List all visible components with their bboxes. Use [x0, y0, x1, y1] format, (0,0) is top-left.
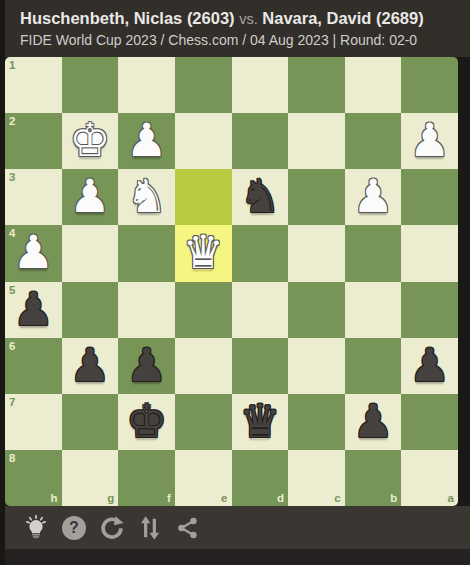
- square-d3: ♞: [232, 169, 289, 225]
- square-e1: [175, 57, 232, 113]
- square-g6: ♟: [62, 338, 119, 394]
- black-pawn: ♟: [409, 342, 450, 388]
- reload-icon[interactable]: [99, 515, 125, 541]
- square-a3: [401, 169, 458, 225]
- square-a8: a: [401, 450, 458, 506]
- square-h1: 1: [5, 57, 62, 113]
- square-h7: 7: [5, 394, 62, 450]
- square-e6: [175, 338, 232, 394]
- square-b5: [345, 282, 402, 338]
- square-b2: [345, 113, 402, 169]
- game-header: Huschenbeth, Niclas (2603) vs. Navara, D…: [5, 0, 470, 57]
- square-c1: [288, 57, 345, 113]
- square-d6: [232, 338, 289, 394]
- chess-board: 12♚♟♟3♟♞♞♟4♟♛5♟6♟♟♟7♚♛♟8hgfedcba: [5, 57, 458, 506]
- hint-lightbulb-icon[interactable]: [23, 515, 49, 541]
- square-d2: [232, 113, 289, 169]
- square-g5: [62, 282, 119, 338]
- white-pawn: ♟: [409, 117, 450, 163]
- square-f6: ♟: [118, 338, 175, 394]
- white-queen: ♛: [183, 229, 224, 275]
- file-label-h: h: [51, 493, 58, 505]
- white-king: ♚: [69, 117, 110, 163]
- black-queen: ♛: [239, 398, 280, 444]
- square-d4: [232, 225, 289, 281]
- square-e2: [175, 113, 232, 169]
- viewer-toolbar: ?: [5, 506, 470, 549]
- flip-board-icon[interactable]: [137, 515, 163, 541]
- black-player-name: Navara, David (2689): [262, 9, 423, 27]
- black-pawn: ♟: [13, 286, 54, 332]
- square-c6: [288, 338, 345, 394]
- rank-label-7: 7: [9, 397, 15, 409]
- help-icon[interactable]: ?: [61, 515, 87, 541]
- square-d7: ♛: [232, 394, 289, 450]
- square-a7: [401, 394, 458, 450]
- square-b7: ♟: [345, 394, 402, 450]
- file-label-g: g: [107, 493, 114, 505]
- square-e8: e: [175, 450, 232, 506]
- square-f8: f: [118, 450, 175, 506]
- square-d1: [232, 57, 289, 113]
- file-label-b: b: [390, 493, 397, 505]
- square-b4: [345, 225, 402, 281]
- square-f2: ♟: [118, 113, 175, 169]
- square-h2: 2: [5, 113, 62, 169]
- file-label-e: e: [221, 493, 227, 505]
- rank-label-2: 2: [9, 116, 15, 128]
- square-g8: g: [62, 450, 119, 506]
- board-area: 12♚♟♟3♟♞♞♟4♟♛5♟6♟♟♟7♚♛♟8hgfedcba: [5, 57, 470, 506]
- white-pawn: ♟: [13, 229, 54, 275]
- square-d5: [232, 282, 289, 338]
- square-d8: d: [232, 450, 289, 506]
- file-label-c: c: [334, 493, 340, 505]
- square-f7: ♚: [118, 394, 175, 450]
- square-a6: ♟: [401, 338, 458, 394]
- square-b6: [345, 338, 402, 394]
- square-a2: ♟: [401, 113, 458, 169]
- square-c7: [288, 394, 345, 450]
- players-title: Huschenbeth, Niclas (2603) vs. Navara, D…: [20, 7, 470, 30]
- square-e5: [175, 282, 232, 338]
- black-king: ♚: [126, 398, 167, 444]
- white-pawn: ♟: [352, 173, 393, 219]
- square-f5: [118, 282, 175, 338]
- square-c5: [288, 282, 345, 338]
- rank-label-1: 1: [9, 60, 15, 72]
- square-e7: [175, 394, 232, 450]
- square-a5: [401, 282, 458, 338]
- white-pawn: ♟: [69, 173, 110, 219]
- rank-label-8: 8: [9, 453, 15, 465]
- pgn-viewer: Huschenbeth, Niclas (2603) vs. Navara, D…: [5, 0, 470, 565]
- share-icon[interactable]: [175, 515, 201, 541]
- rank-label-5: 5: [9, 285, 15, 297]
- square-g4: [62, 225, 119, 281]
- square-c4: [288, 225, 345, 281]
- black-pawn: ♟: [126, 342, 167, 388]
- square-a4: [401, 225, 458, 281]
- white-knight: ♞: [126, 173, 167, 219]
- square-b1: [345, 57, 402, 113]
- square-g2: ♚: [62, 113, 119, 169]
- square-e4: ♛: [175, 225, 232, 281]
- rank-label-3: 3: [9, 172, 15, 184]
- white-pawn: ♟: [126, 117, 167, 163]
- black-pawn: ♟: [69, 342, 110, 388]
- file-label-a: a: [448, 493, 454, 505]
- square-g7: [62, 394, 119, 450]
- square-f3: ♞: [118, 169, 175, 225]
- square-g1: [62, 57, 119, 113]
- bottom-panel-edge: [5, 549, 470, 565]
- square-b3: ♟: [345, 169, 402, 225]
- square-c8: c: [288, 450, 345, 506]
- square-g3: ♟: [62, 169, 119, 225]
- rank-label-4: 4: [9, 228, 15, 240]
- square-h8: 8h: [5, 450, 62, 506]
- white-player-name: Huschenbeth, Niclas (2603): [20, 9, 235, 27]
- square-h3: 3: [5, 169, 62, 225]
- black-knight: ♞: [239, 173, 280, 219]
- rank-label-6: 6: [9, 341, 15, 353]
- square-h4: 4♟: [5, 225, 62, 281]
- file-label-f: f: [167, 493, 171, 505]
- square-e3: [175, 169, 232, 225]
- event-subtitle: FIDE World Cup 2023 / Chess.com / 04 Aug…: [20, 30, 470, 51]
- square-b8: b: [345, 450, 402, 506]
- square-f4: [118, 225, 175, 281]
- help-question-glyph: ?: [69, 519, 79, 537]
- square-c3: [288, 169, 345, 225]
- square-f1: [118, 57, 175, 113]
- file-label-d: d: [277, 493, 284, 505]
- square-c2: [288, 113, 345, 169]
- square-h5: 5♟: [5, 282, 62, 338]
- square-h6: 6: [5, 338, 62, 394]
- square-a1: [401, 57, 458, 113]
- black-pawn: ♟: [352, 398, 393, 444]
- vs-label: vs.: [239, 11, 258, 27]
